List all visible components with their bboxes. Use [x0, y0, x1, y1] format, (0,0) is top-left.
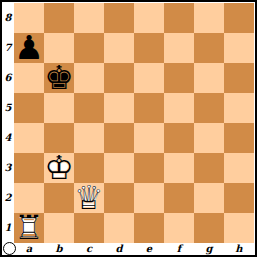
square-a5	[14, 93, 44, 123]
rank-label-2: 2	[2, 183, 14, 213]
square-f8	[164, 3, 194, 33]
file-label-c: c	[74, 243, 104, 255]
square-c5	[74, 93, 104, 123]
square-d8	[104, 3, 134, 33]
file-label-f: f	[164, 243, 194, 255]
square-e7	[134, 33, 164, 63]
rank-label-8: 8	[2, 3, 14, 33]
square-d3	[104, 153, 134, 183]
square-b2	[44, 183, 74, 213]
square-h4	[224, 123, 254, 153]
square-c8	[74, 3, 104, 33]
rank-label-1: 1	[2, 213, 14, 243]
rank-label-3: 3	[2, 153, 14, 183]
board: ♟♚♚♔♛♕♜♖	[14, 3, 254, 243]
square-h6	[224, 63, 254, 93]
square-f1	[164, 213, 194, 243]
square-g3	[194, 153, 224, 183]
square-d6	[104, 63, 134, 93]
square-b3: ♚♔	[44, 153, 74, 183]
square-f3	[164, 153, 194, 183]
square-a6	[14, 63, 44, 93]
file-label-d: d	[104, 243, 134, 255]
square-e4	[134, 123, 164, 153]
rank-label-7: 7	[2, 33, 14, 63]
square-f6	[164, 63, 194, 93]
white-rook-outline: ♖	[14, 213, 44, 243]
square-g1	[194, 213, 224, 243]
white-king-outline: ♔	[44, 153, 74, 183]
square-a3	[14, 153, 44, 183]
square-b1	[44, 213, 74, 243]
square-g2	[194, 183, 224, 213]
square-a1: ♜♖	[14, 213, 44, 243]
square-h7	[224, 33, 254, 63]
square-h3	[224, 153, 254, 183]
square-d7	[104, 33, 134, 63]
square-g8	[194, 3, 224, 33]
square-c2: ♛♕	[74, 183, 104, 213]
rank-label-6: 6	[2, 63, 14, 93]
square-d1	[104, 213, 134, 243]
square-c4	[74, 123, 104, 153]
file-label-h: h	[224, 243, 254, 255]
white-king: ♚♔	[44, 153, 74, 183]
white-queen: ♛♕	[74, 183, 104, 213]
rank-label-4: 4	[2, 123, 14, 153]
square-d5	[104, 93, 134, 123]
square-c1	[74, 213, 104, 243]
black-king-glyph: ♚	[44, 63, 74, 93]
chess-diagram: 87654321 ♟♚♚♔♛♕♜♖ abcdefgh	[0, 0, 257, 257]
square-e6	[134, 63, 164, 93]
square-e2	[134, 183, 164, 213]
rank-label-5: 5	[2, 93, 14, 123]
square-c6	[74, 63, 104, 93]
square-b8	[44, 3, 74, 33]
square-g5	[194, 93, 224, 123]
white-queen-outline: ♕	[74, 183, 104, 213]
square-f5	[164, 93, 194, 123]
square-g4	[194, 123, 224, 153]
file-labels: abcdefgh	[14, 243, 254, 255]
black-pawn-glyph: ♟	[14, 33, 44, 63]
square-e3	[134, 153, 164, 183]
square-e1	[134, 213, 164, 243]
square-e5	[134, 93, 164, 123]
file-label-b: b	[44, 243, 74, 255]
square-a4	[14, 123, 44, 153]
square-f4	[164, 123, 194, 153]
square-a7: ♟	[14, 33, 44, 63]
square-e8	[134, 3, 164, 33]
square-h1	[224, 213, 254, 243]
square-g7	[194, 33, 224, 63]
square-b5	[44, 93, 74, 123]
rank-labels: 87654321	[2, 3, 14, 243]
square-d4	[104, 123, 134, 153]
square-f2	[164, 183, 194, 213]
file-label-e: e	[134, 243, 164, 255]
square-h8	[224, 3, 254, 33]
square-d2	[104, 183, 134, 213]
square-g6	[194, 63, 224, 93]
file-label-g: g	[194, 243, 224, 255]
white-rook: ♜♖	[14, 213, 44, 243]
square-c7	[74, 33, 104, 63]
square-b6: ♚	[44, 63, 74, 93]
square-h2	[224, 183, 254, 213]
square-f7	[164, 33, 194, 63]
black-king: ♚	[44, 63, 74, 93]
black-pawn: ♟	[14, 33, 44, 63]
square-h5	[224, 93, 254, 123]
